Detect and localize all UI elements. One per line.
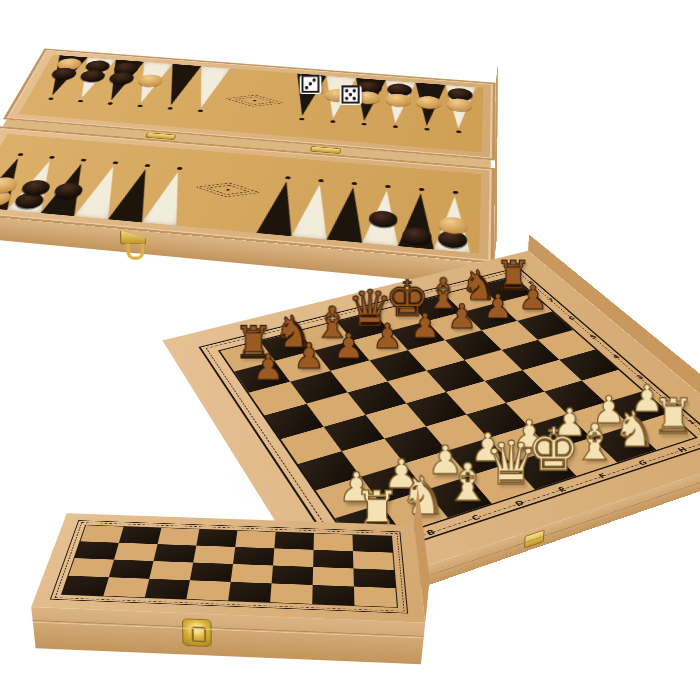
piece-black-pawn-a7: ♟ [252, 350, 284, 386]
point-tip [299, 118, 304, 121]
closed-game-box [31, 513, 425, 622]
point-near-7 [256, 180, 303, 236]
lid-square [228, 582, 271, 602]
lid-square [314, 533, 353, 551]
file-label-b: B [425, 528, 437, 537]
piece-black-pawn-f7: ♟ [447, 300, 477, 334]
piece-white-queen-d1: ♛ [484, 434, 538, 494]
lid-square [272, 565, 314, 584]
backgammon-far-half: ⚂⚄ [3, 48, 496, 160]
point-tip [17, 153, 23, 156]
lid-square [231, 564, 273, 583]
lid-square [154, 544, 197, 562]
lid-square [149, 561, 193, 580]
point-tip [48, 97, 54, 100]
point-tip [77, 100, 83, 103]
file-label-e: E [556, 485, 568, 493]
lid-square [119, 527, 161, 545]
point-tip [361, 123, 366, 126]
piece-black-pawn-c7: ♟ [333, 329, 364, 364]
rank-label-6: 6 [567, 315, 577, 321]
point-near-9 [327, 186, 370, 243]
point-tip [167, 107, 173, 110]
lid-square [233, 547, 274, 566]
lid-square [193, 546, 235, 564]
point-tip [385, 185, 391, 188]
piece-black-pawn-b7: ♟ [293, 339, 325, 374]
piece-white-knight-g1: ♞ [612, 405, 656, 454]
checker-light-far-4 [136, 74, 165, 88]
rank-label-5: 5 [589, 334, 599, 340]
lid-square [353, 551, 394, 570]
checker-dark-far-3 [107, 72, 136, 86]
lid-square [158, 528, 200, 546]
piece-white-bishop-c1: ♝ [444, 456, 491, 508]
lid-square [103, 577, 149, 597]
diamond-motif [223, 92, 287, 109]
lid-square [114, 543, 158, 561]
point-tip [330, 120, 335, 123]
checker-dark-far-1 [49, 67, 79, 80]
file-label-h: H [676, 446, 689, 454]
lid-square [352, 535, 392, 553]
lid-square [109, 560, 154, 579]
lid-square [190, 563, 233, 582]
rank-label-7: 7 [546, 298, 555, 303]
lid-square [273, 548, 314, 567]
lid-square [313, 550, 353, 569]
lid-square [354, 587, 397, 608]
point-tip [107, 102, 113, 105]
point-near-4 [74, 165, 129, 219]
point-tip [418, 188, 424, 191]
backgammon-board-open: ⚂⚄ [0, 48, 496, 263]
point-tip [144, 164, 150, 167]
point-tip [392, 125, 397, 128]
gold-hinge [145, 132, 176, 140]
piece-black-pawn-d7: ♟ [372, 319, 403, 353]
point-tip [456, 130, 461, 133]
gold-clasp-closed-box [182, 618, 212, 647]
die-5: ⚄ [340, 85, 362, 105]
closed-box-checker-pattern [61, 525, 398, 608]
closed-box-lid [31, 513, 425, 622]
point-tip [318, 179, 324, 182]
lid-square [80, 525, 123, 542]
lid-square [313, 567, 354, 587]
diamond-motif [192, 179, 263, 200]
point-tip [284, 176, 290, 179]
piece-black-pawn-e7: ♟ [410, 309, 440, 343]
lid-square [62, 576, 109, 596]
lid-square [312, 585, 354, 606]
point-near-10 [362, 189, 404, 246]
piece-black-pawn-g7: ♟ [483, 291, 513, 324]
point-near-5 [108, 168, 162, 223]
die-3: ⚂ [300, 75, 321, 95]
point-tip [80, 158, 86, 161]
lid-square [270, 583, 313, 603]
lid-square [186, 580, 230, 600]
lid-square [69, 558, 114, 577]
file-label-c: C [470, 513, 482, 522]
point-tip [176, 167, 182, 170]
checker-light-far-11 [416, 95, 442, 109]
file-label-f: F [597, 472, 609, 480]
product-photo: 3-in-1 wooden folding game set: chess, c… [0, 0, 700, 700]
lid-square [235, 531, 275, 549]
lid-square [196, 529, 237, 547]
piece-black-pawn-h7: ♟ [518, 282, 547, 315]
point-tip [351, 182, 357, 185]
point-near-6 [142, 171, 194, 226]
piece-white-knight-b1: ♞ [399, 470, 446, 523]
file-label-d: D [513, 499, 526, 508]
checker-dark-far-2 [78, 69, 107, 82]
point-tip [197, 109, 203, 112]
piece-white-rook-h1: ♜ [652, 393, 696, 442]
point-tip [452, 191, 457, 194]
gold-clasp-chess [524, 529, 545, 548]
lid-square [75, 541, 119, 559]
file-label-g: G [636, 459, 649, 467]
point-tip [424, 128, 429, 131]
rank-label-4: 4 [611, 354, 621, 360]
point-tip [137, 105, 143, 108]
closed-box-border [50, 520, 408, 613]
lid-square [145, 579, 190, 599]
point-tip [48, 156, 54, 159]
point-tip [112, 161, 118, 164]
lid-square [274, 532, 314, 550]
lid-square [353, 568, 395, 588]
point-near-8 [291, 183, 336, 240]
